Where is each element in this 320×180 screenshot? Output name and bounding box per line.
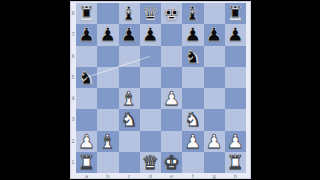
piece-white-bishop-b2[interactable]: ♝ xyxy=(99,131,116,150)
square-g3[interactable] xyxy=(204,109,225,130)
square-e1[interactable]: ♚ xyxy=(161,152,182,173)
square-a5[interactable]: ♞ xyxy=(76,67,97,88)
square-d5[interactable] xyxy=(140,67,161,88)
piece-white-pawn-f2[interactable]: ♟ xyxy=(184,131,201,150)
square-e5[interactable] xyxy=(161,67,182,88)
file-label-b: b xyxy=(97,173,118,179)
file-labels: abcdefgh xyxy=(76,173,246,179)
square-e7[interactable] xyxy=(161,24,182,45)
square-e3[interactable] xyxy=(161,109,182,130)
square-d1[interactable]: ♛ xyxy=(140,152,161,173)
square-h2[interactable]: ♟ xyxy=(225,131,246,152)
piece-black-pawn-c7[interactable]: ♟ xyxy=(121,25,138,44)
square-a3[interactable] xyxy=(76,109,97,130)
piece-black-pawn-d7[interactable]: ♟ xyxy=(142,25,159,44)
piece-black-queen-d8[interactable]: ♛ xyxy=(142,4,159,23)
file-label-g: g xyxy=(204,173,225,179)
square-b6[interactable] xyxy=(97,46,118,67)
square-e2[interactable] xyxy=(161,131,182,152)
square-h8[interactable]: ♜ xyxy=(225,3,246,24)
square-g5[interactable] xyxy=(204,67,225,88)
square-a1[interactable]: ♜ xyxy=(76,152,97,173)
piece-black-pawn-b7[interactable]: ♟ xyxy=(99,25,116,44)
piece-white-rook-h1[interactable]: ♜ xyxy=(227,152,244,171)
file-label-a: a xyxy=(76,173,97,179)
square-f2[interactable]: ♟ xyxy=(182,131,203,152)
square-g2[interactable]: ♟ xyxy=(204,131,225,152)
square-c7[interactable]: ♟ xyxy=(119,24,140,45)
square-h6[interactable] xyxy=(225,46,246,67)
file-label-f: f xyxy=(182,173,203,179)
piece-black-pawn-a7[interactable]: ♟ xyxy=(78,25,95,44)
piece-white-pawn-e4[interactable]: ♟ xyxy=(163,89,180,108)
square-c1[interactable] xyxy=(119,152,140,173)
square-h3[interactable] xyxy=(225,109,246,130)
square-a4[interactable] xyxy=(76,88,97,109)
file-label-c: c xyxy=(119,173,140,179)
piece-black-pawn-f7[interactable]: ♟ xyxy=(184,25,201,44)
square-d7[interactable]: ♟ xyxy=(140,24,161,45)
square-g8[interactable] xyxy=(204,3,225,24)
square-e8[interactable]: ♚ xyxy=(161,3,182,24)
file-label-d: d xyxy=(140,173,161,179)
piece-black-pawn-g7[interactable]: ♟ xyxy=(206,25,223,44)
square-f1[interactable] xyxy=(182,152,203,173)
square-d2[interactable] xyxy=(140,131,161,152)
square-d6[interactable] xyxy=(140,46,161,67)
square-c8[interactable]: ♝ xyxy=(119,3,140,24)
square-d4[interactable] xyxy=(140,88,161,109)
square-g1[interactable] xyxy=(204,152,225,173)
square-f5[interactable] xyxy=(182,67,203,88)
square-c6[interactable] xyxy=(119,46,140,67)
square-b7[interactable]: ♟ xyxy=(97,24,118,45)
file-label-e: e xyxy=(161,173,182,179)
square-d8[interactable]: ♛ xyxy=(140,3,161,24)
piece-white-rook-a1[interactable]: ♜ xyxy=(78,152,95,171)
square-g7[interactable]: ♟ xyxy=(204,24,225,45)
piece-white-queen-d1[interactable]: ♛ xyxy=(142,152,159,171)
square-c3[interactable]: ♞ xyxy=(119,109,140,130)
piece-white-pawn-h2[interactable]: ♟ xyxy=(227,131,244,150)
square-h5[interactable] xyxy=(225,67,246,88)
square-g4[interactable] xyxy=(204,88,225,109)
square-h7[interactable]: ♟ xyxy=(225,24,246,45)
square-c4[interactable]: ♝ xyxy=(119,88,140,109)
square-h4[interactable] xyxy=(225,88,246,109)
square-e4[interactable]: ♟ xyxy=(161,88,182,109)
square-b4[interactable] xyxy=(97,88,118,109)
piece-black-king-e8[interactable]: ♚ xyxy=(163,4,180,23)
piece-black-rook-a8[interactable]: ♜ xyxy=(78,4,95,23)
square-c2[interactable] xyxy=(119,131,140,152)
piece-black-rook-h8[interactable]: ♜ xyxy=(227,4,244,23)
square-b5[interactable] xyxy=(97,67,118,88)
video-letterbox-background: { "game": "chess", "position": { "fen": … xyxy=(0,0,320,180)
square-f4[interactable] xyxy=(182,88,203,109)
piece-black-pawn-h7[interactable]: ♟ xyxy=(227,25,244,44)
chess-board: ♜♝♛♚♝♜♟♟♟♟♟♟♟♞♞♝♟♞♞♟♝♟♟♟♜♛♚♜ xyxy=(76,3,246,173)
square-b8[interactable] xyxy=(97,3,118,24)
square-d3[interactable] xyxy=(140,109,161,130)
piece-white-pawn-g2[interactable]: ♟ xyxy=(206,131,223,150)
piece-black-bishop-c8[interactable]: ♝ xyxy=(121,4,138,23)
square-g6[interactable] xyxy=(204,46,225,67)
square-a7[interactable]: ♟ xyxy=(76,24,97,45)
square-f7[interactable]: ♟ xyxy=(182,24,203,45)
square-b1[interactable] xyxy=(97,152,118,173)
square-e6[interactable] xyxy=(161,46,182,67)
piece-white-knight-c3[interactable]: ♞ xyxy=(121,110,138,129)
chess-board-frame: 87654321 ♜♝♛♚♝♜♟♟♟♟♟♟♟♞♞♝♟♞♞♟♝♟♟♟♜♛♚♜ ab… xyxy=(70,1,251,179)
square-a2[interactable]: ♟ xyxy=(76,131,97,152)
piece-white-king-e1[interactable]: ♚ xyxy=(163,152,180,171)
piece-black-knight-a5[interactable]: ♞ xyxy=(78,67,95,86)
piece-black-knight-f6[interactable]: ♞ xyxy=(184,46,201,65)
square-b3[interactable] xyxy=(97,109,118,130)
square-a8[interactable]: ♜ xyxy=(76,3,97,24)
piece-white-bishop-c4[interactable]: ♝ xyxy=(121,89,138,108)
square-h1[interactable]: ♜ xyxy=(225,152,246,173)
square-c5[interactable] xyxy=(119,67,140,88)
square-f6[interactable]: ♞ xyxy=(182,46,203,67)
piece-white-knight-f3[interactable]: ♞ xyxy=(184,110,201,129)
square-f8[interactable]: ♝ xyxy=(182,3,203,24)
piece-black-bishop-f8[interactable]: ♝ xyxy=(184,4,201,23)
square-b2[interactable]: ♝ xyxy=(97,131,118,152)
file-label-h: h xyxy=(225,173,246,179)
square-a6[interactable] xyxy=(76,46,97,67)
square-f3[interactable]: ♞ xyxy=(182,109,203,130)
piece-white-pawn-a2[interactable]: ♟ xyxy=(78,131,95,150)
